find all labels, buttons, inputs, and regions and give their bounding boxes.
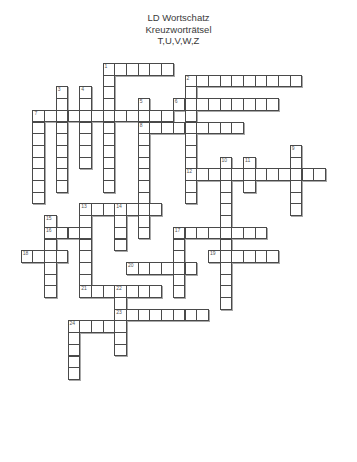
clue-number: 18 — [23, 251, 29, 256]
cell-17-15[interactable] — [185, 262, 198, 275]
clue-number: 14 — [116, 204, 122, 209]
clue-number: 9 — [292, 146, 295, 151]
cell-12-12[interactable] — [149, 203, 162, 216]
cell-0-13[interactable] — [161, 63, 174, 76]
cell-8-6[interactable] — [79, 157, 92, 170]
cell-14-21[interactable] — [255, 227, 268, 240]
clue-number: 10 — [222, 158, 228, 163]
clue-number: 19 — [210, 251, 216, 256]
clue-number: 16 — [46, 228, 52, 233]
cell-12-24[interactable] — [290, 203, 303, 216]
clue-number: 23 — [116, 310, 122, 315]
clue-number: 17 — [175, 228, 181, 233]
cell-19-12[interactable] — [149, 285, 162, 298]
cell-5-19[interactable] — [231, 122, 244, 135]
clue-number: 15 — [46, 216, 52, 221]
clue-number: 22 — [116, 286, 122, 291]
clue-number: 21 — [81, 286, 87, 291]
clue-number: 2 — [187, 76, 190, 81]
cell-11-2[interactable] — [32, 192, 45, 205]
clue-number: 12 — [187, 169, 193, 174]
clue-number: 4 — [81, 87, 84, 92]
clue-number: 13 — [81, 204, 87, 209]
cell-11-15[interactable] — [185, 192, 198, 205]
cell-26-5[interactable] — [68, 367, 81, 380]
clue-number: 7 — [34, 111, 37, 116]
crossword-board: 123456789101112131415161718192021222324 — [0, 0, 357, 462]
clue-number: 24 — [70, 321, 76, 326]
clue-number: 1 — [105, 64, 108, 69]
clue-number: 8 — [140, 123, 143, 128]
clue-number: 20 — [128, 263, 134, 268]
cell-14-11[interactable] — [138, 227, 151, 240]
cell-10-4[interactable] — [56, 180, 69, 193]
cell-19-3[interactable] — [44, 285, 57, 298]
cell-10-20[interactable] — [243, 180, 256, 193]
cell-16-22[interactable] — [266, 250, 279, 263]
cell-15-9[interactable] — [114, 239, 127, 252]
clue-number: 3 — [58, 87, 61, 92]
cell-20-18[interactable] — [220, 297, 233, 310]
cell-19-14[interactable] — [173, 285, 186, 298]
cell-9-26[interactable] — [313, 168, 326, 181]
clue-number: 6 — [175, 99, 178, 104]
cell-3-22[interactable] — [266, 98, 279, 111]
cell-21-16[interactable] — [196, 309, 209, 322]
cell-1-24[interactable] — [290, 75, 303, 88]
cell-24-9[interactable] — [114, 344, 127, 357]
clue-number: 5 — [140, 99, 143, 104]
clue-number: 11 — [245, 158, 250, 163]
cell-10-8[interactable] — [103, 180, 116, 193]
cell-16-4[interactable] — [56, 250, 69, 263]
